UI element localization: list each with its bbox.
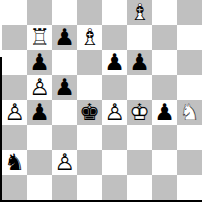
white-knight-piece[interactable]: ♞♘: [177, 100, 202, 125]
white-king-glyph: ♔: [127, 100, 152, 125]
square-c7[interactable]: ♟: [52, 25, 77, 50]
square-c6[interactable]: [52, 50, 77, 75]
white-bishop-piece[interactable]: ♝♗: [127, 0, 152, 25]
square-b5[interactable]: ♟♙: [27, 75, 52, 100]
square-f3[interactable]: [127, 125, 152, 150]
square-c2[interactable]: ♟♙: [52, 150, 77, 175]
black-pawn-glyph: ♟: [52, 75, 77, 100]
square-c1[interactable]: [52, 175, 77, 200]
square-g7[interactable]: [152, 25, 177, 50]
board-frame-left: [0, 57, 2, 202]
black-pawn-glyph: ♟: [27, 100, 52, 125]
square-f5[interactable]: [127, 75, 152, 100]
black-pawn-piece[interactable]: ♟: [102, 50, 127, 75]
black-pawn-glyph: ♟: [27, 50, 52, 75]
white-pawn-glyph: ♙: [102, 100, 127, 125]
square-f1[interactable]: [127, 175, 152, 200]
square-d3[interactable]: [77, 125, 102, 150]
square-d5[interactable]: [77, 75, 102, 100]
square-d1[interactable]: [77, 175, 102, 200]
white-king-piece[interactable]: ♚♔: [127, 100, 152, 125]
square-h8[interactable]: [177, 0, 202, 25]
square-f7[interactable]: [127, 25, 152, 50]
white-knight-glyph: ♘: [177, 100, 202, 125]
board-frame-bottom: [0, 200, 202, 202]
square-h2[interactable]: [177, 150, 202, 175]
white-pawn-piece[interactable]: ♟♙: [2, 100, 27, 125]
square-e7[interactable]: [102, 25, 127, 50]
white-bishop-piece[interactable]: ♝♗: [77, 25, 102, 50]
black-king-glyph: ♚: [77, 100, 102, 125]
square-b6[interactable]: ♟: [27, 50, 52, 75]
square-f6[interactable]: ♟: [127, 50, 152, 75]
square-h4[interactable]: ♞♘: [177, 100, 202, 125]
square-e4[interactable]: ♟♙: [102, 100, 127, 125]
black-knight-piece[interactable]: ♞: [2, 150, 27, 175]
black-knight-glyph: ♞: [2, 150, 27, 175]
square-b4[interactable]: ♟: [27, 100, 52, 125]
square-g4[interactable]: ♟: [152, 100, 177, 125]
square-f4[interactable]: ♚♔: [127, 100, 152, 125]
black-pawn-glyph: ♟: [152, 100, 177, 125]
square-b7[interactable]: ♜♖: [27, 25, 52, 50]
black-pawn-glyph: ♟: [102, 50, 127, 75]
square-a8[interactable]: [2, 0, 27, 25]
white-pawn-glyph: ♙: [2, 100, 27, 125]
square-f2[interactable]: [127, 150, 152, 175]
white-pawn-piece[interactable]: ♟♙: [52, 150, 77, 175]
square-e1[interactable]: [102, 175, 127, 200]
square-e8[interactable]: [102, 0, 127, 25]
square-a5[interactable]: [2, 75, 27, 100]
black-pawn-piece[interactable]: ♟: [152, 100, 177, 125]
square-h1[interactable]: [177, 175, 202, 200]
square-d8[interactable]: [77, 0, 102, 25]
square-b2[interactable]: [27, 150, 52, 175]
square-c4[interactable]: [52, 100, 77, 125]
square-a6[interactable]: [2, 50, 27, 75]
square-b3[interactable]: [27, 125, 52, 150]
black-pawn-piece[interactable]: ♟: [127, 50, 152, 75]
square-a1[interactable]: [2, 175, 27, 200]
square-c3[interactable]: [52, 125, 77, 150]
square-b1[interactable]: [27, 175, 52, 200]
square-d7[interactable]: ♝♗: [77, 25, 102, 50]
square-a7[interactable]: [2, 25, 27, 50]
white-rook-piece[interactable]: ♜♖: [27, 25, 52, 50]
square-a2[interactable]: ♞: [2, 150, 27, 175]
white-bishop-glyph: ♗: [127, 0, 152, 25]
square-h7[interactable]: [177, 25, 202, 50]
square-f8[interactable]: ♝♗: [127, 0, 152, 25]
square-g5[interactable]: [152, 75, 177, 100]
chess-diagram: ♝♗♜♖♟♝♗♟♟♟♟♙♟♟♙♟♚♟♙♚♔♟♞♘♞♟♙: [0, 0, 202, 202]
square-c8[interactable]: [52, 0, 77, 25]
square-a3[interactable]: [2, 125, 27, 150]
black-pawn-piece[interactable]: ♟: [52, 75, 77, 100]
square-g2[interactable]: [152, 150, 177, 175]
square-e6[interactable]: ♟: [102, 50, 127, 75]
white-rook-glyph: ♖: [27, 25, 52, 50]
square-d6[interactable]: [77, 50, 102, 75]
square-g1[interactable]: [152, 175, 177, 200]
black-pawn-glyph: ♟: [52, 25, 77, 50]
square-c5[interactable]: ♟: [52, 75, 77, 100]
white-bishop-glyph: ♗: [77, 25, 102, 50]
black-pawn-piece[interactable]: ♟: [27, 100, 52, 125]
square-a4[interactable]: ♟♙: [2, 100, 27, 125]
square-g3[interactable]: [152, 125, 177, 150]
square-h5[interactable]: [177, 75, 202, 100]
square-h3[interactable]: [177, 125, 202, 150]
square-g8[interactable]: [152, 0, 177, 25]
square-b8[interactable]: [27, 0, 52, 25]
square-e3[interactable]: [102, 125, 127, 150]
white-pawn-piece[interactable]: ♟♙: [27, 75, 52, 100]
square-g6[interactable]: [152, 50, 177, 75]
white-pawn-piece[interactable]: ♟♙: [102, 100, 127, 125]
square-e2[interactable]: [102, 150, 127, 175]
square-d2[interactable]: [77, 150, 102, 175]
black-pawn-piece[interactable]: ♟: [52, 25, 77, 50]
black-king-piece[interactable]: ♚: [77, 100, 102, 125]
black-pawn-glyph: ♟: [127, 50, 152, 75]
white-pawn-glyph: ♙: [27, 75, 52, 100]
square-h6[interactable]: [177, 50, 202, 75]
black-pawn-piece[interactable]: ♟: [27, 50, 52, 75]
white-pawn-glyph: ♙: [52, 150, 77, 175]
square-d4[interactable]: ♚: [77, 100, 102, 125]
square-e5[interactable]: [102, 75, 127, 100]
chess-board: ♝♗♜♖♟♝♗♟♟♟♟♙♟♟♙♟♚♟♙♚♔♟♞♘♞♟♙: [2, 0, 202, 200]
